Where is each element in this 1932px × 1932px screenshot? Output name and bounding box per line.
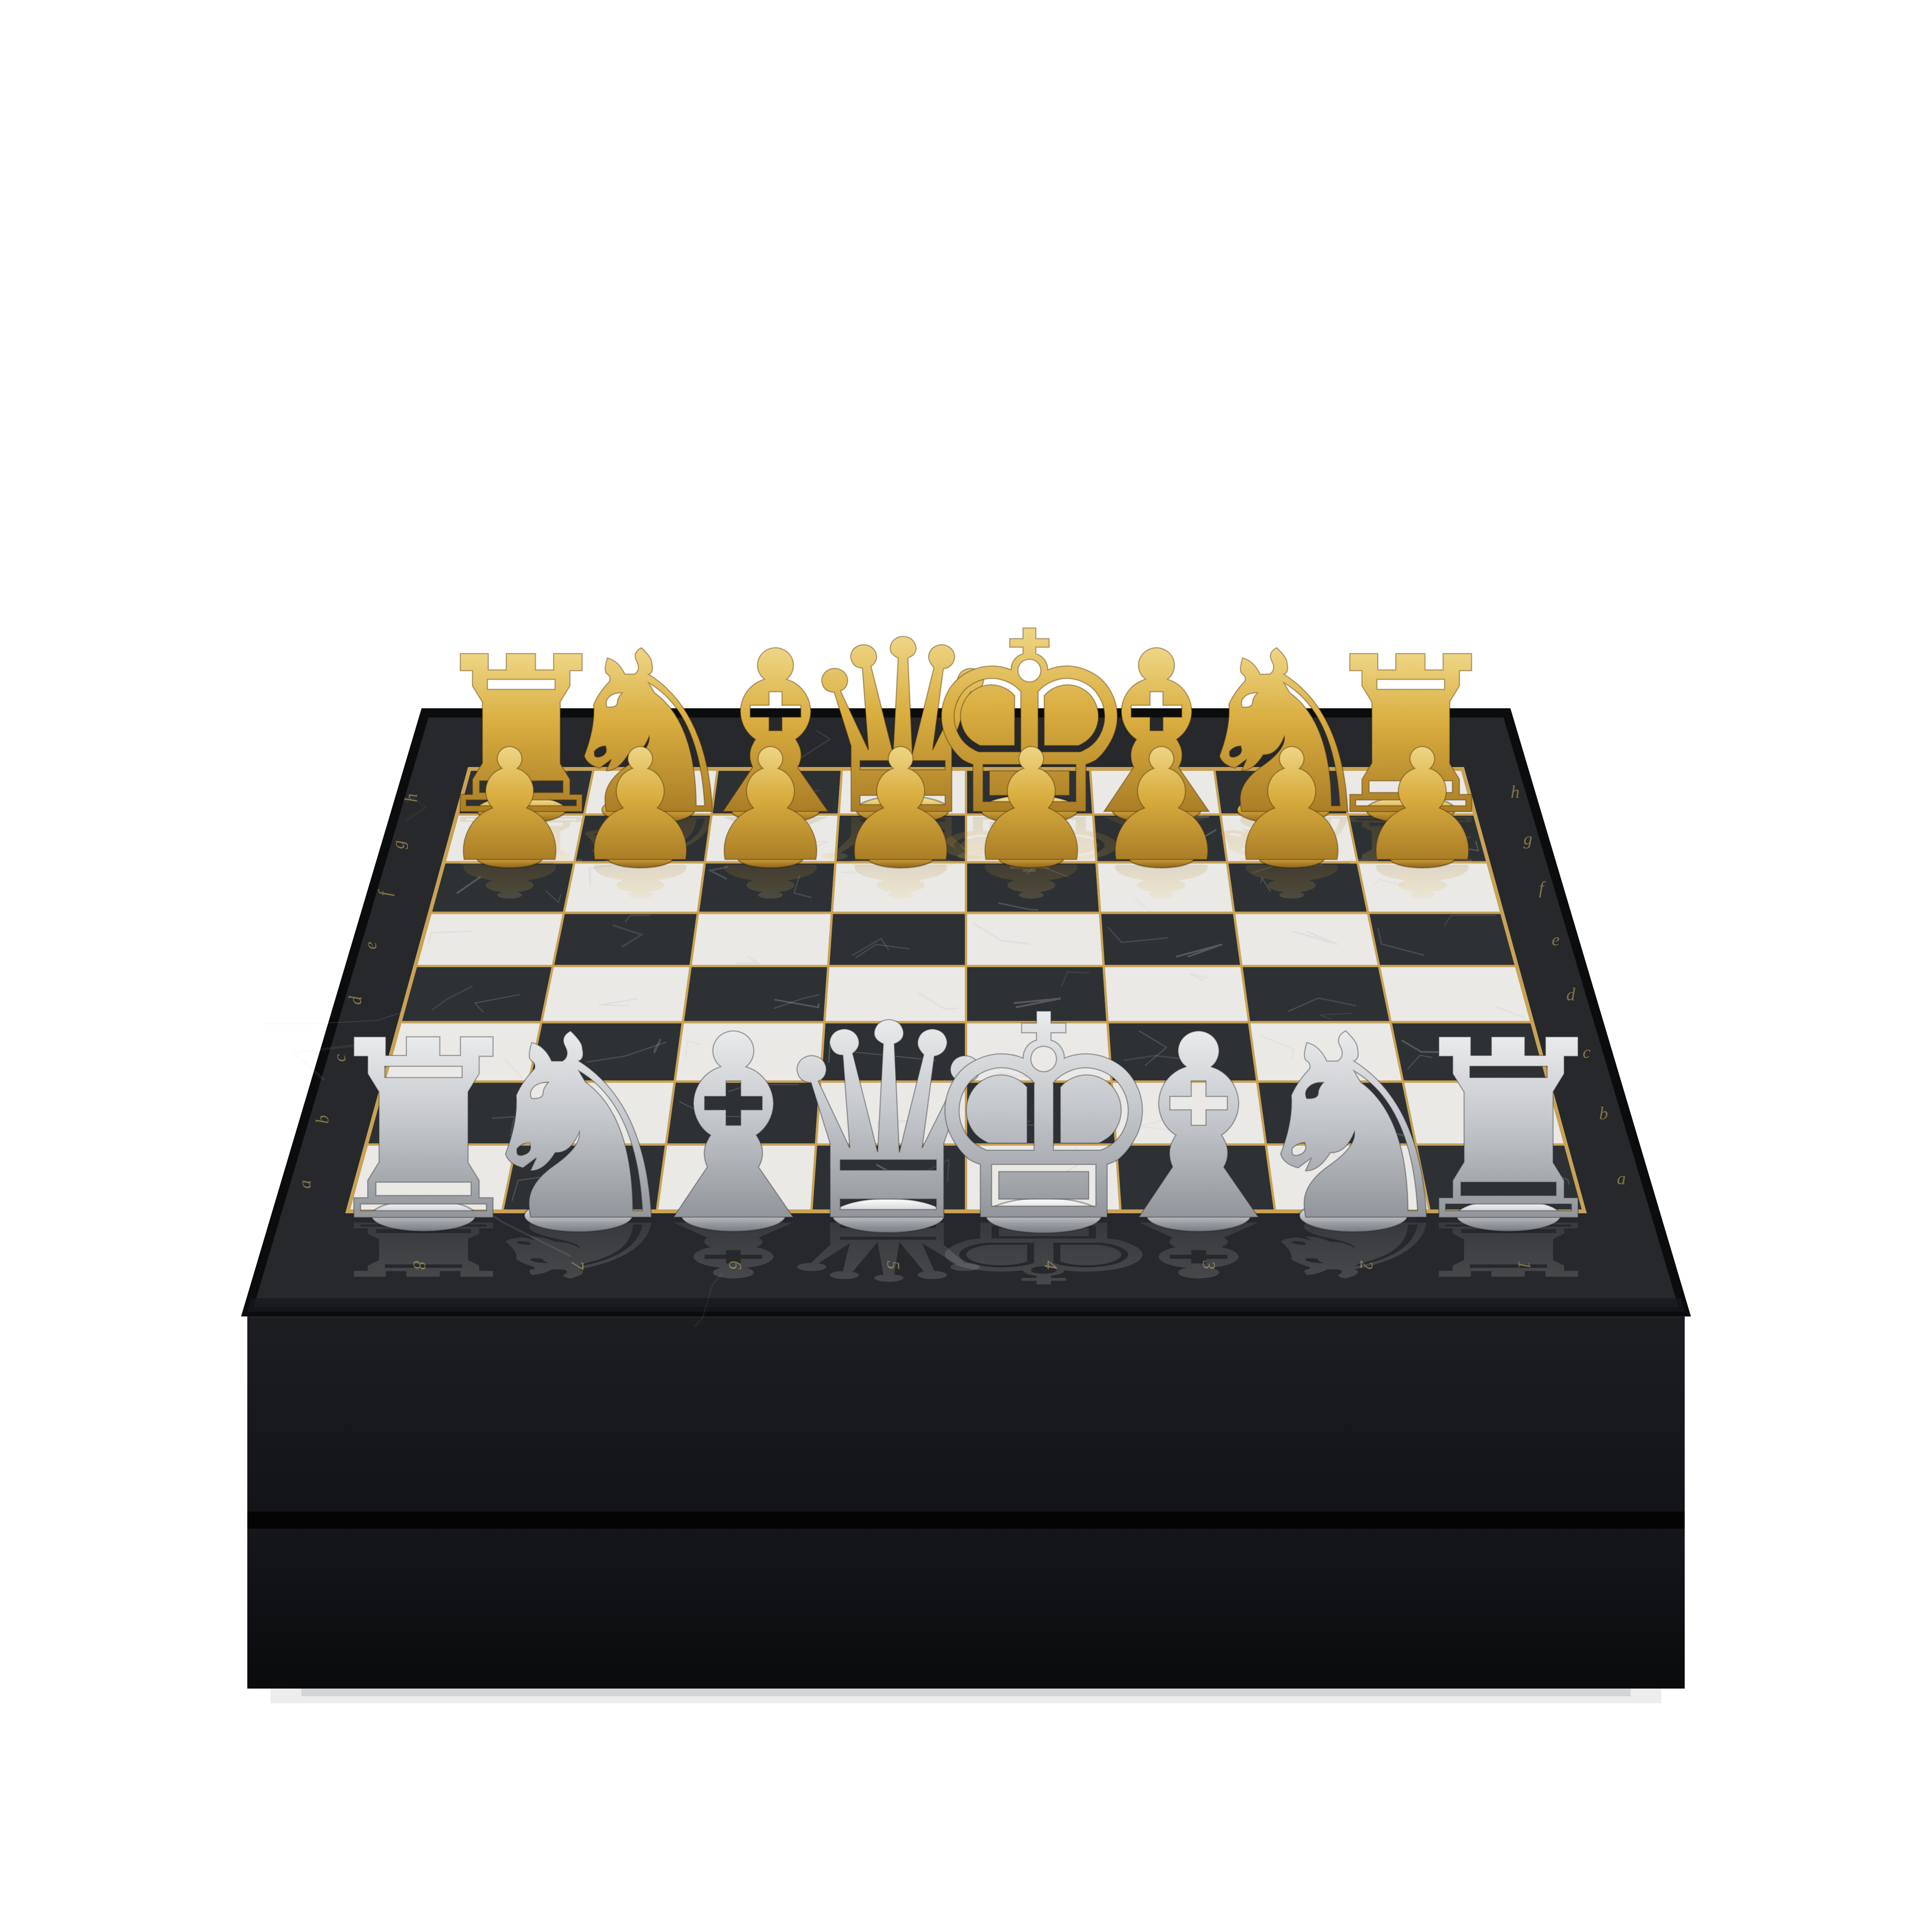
square-6e[interactable] [690, 913, 832, 966]
case-shadow [270, 1688, 1662, 1703]
storage-case [247, 1311, 1685, 1689]
coord-left-letter: h [401, 794, 421, 803]
gold-pawn-glyph: ♟ [571, 716, 710, 896]
gold-pawn-5g[interactable]: ♟♟ [832, 716, 970, 908]
coord-right-letter: h [1511, 782, 1520, 802]
case-seam [247, 1512, 1685, 1530]
gold-pawn-8g[interactable]: ♟♟ [440, 716, 579, 908]
chess-set-photo: 87654321hhggffeeddccbbaa ♜♜♞♞♝♝♛♛♚♚♝♝♞♞♜… [0, 0, 1932, 1932]
silver-rook-1a[interactable]: ♜♜ [1398, 988, 1619, 1291]
coord-left-letter: e [361, 942, 380, 949]
gold-pawn-glyph: ♟ [1353, 716, 1492, 896]
gold-pawn-glyph: ♟ [1092, 716, 1231, 896]
gold-pawn-3g[interactable]: ♟♟ [1092, 716, 1231, 908]
coord-right-letter: e [1552, 930, 1560, 949]
photo-stage: 87654321hhggffeeddccbbaa ♜♜♞♞♝♝♛♛♚♚♝♝♞♞♜… [0, 0, 1932, 1932]
gold-pawn-glyph: ♟ [962, 716, 1101, 896]
gold-pawn-glyph: ♟ [1223, 716, 1361, 896]
square-8e[interactable] [415, 913, 564, 966]
gold-pawn-2g[interactable]: ♟♟ [1223, 716, 1361, 908]
gold-pawn-4g[interactable]: ♟♟ [962, 716, 1101, 908]
coord-right-letter: g [1524, 829, 1532, 849]
gold-pawn-glyph: ♟ [701, 716, 840, 896]
square-2e[interactable] [1234, 913, 1379, 966]
case-lid-front [247, 1311, 1685, 1522]
coord-left-letter: g [388, 840, 408, 849]
gold-pawn-1g[interactable]: ♟♟ [1353, 716, 1492, 908]
gold-pawn-7g[interactable]: ♟♟ [571, 716, 710, 908]
gold-pawn-6g[interactable]: ♟♟ [701, 716, 840, 908]
gold-pawn-glyph: ♟ [440, 716, 579, 896]
gold-pawn-glyph: ♟ [832, 716, 970, 896]
silver-rook-glyph: ♜ [1398, 988, 1619, 1276]
square-1e[interactable] [1368, 913, 1517, 966]
coord-left-letter: a [295, 1180, 315, 1189]
case-base-front [247, 1529, 1685, 1689]
